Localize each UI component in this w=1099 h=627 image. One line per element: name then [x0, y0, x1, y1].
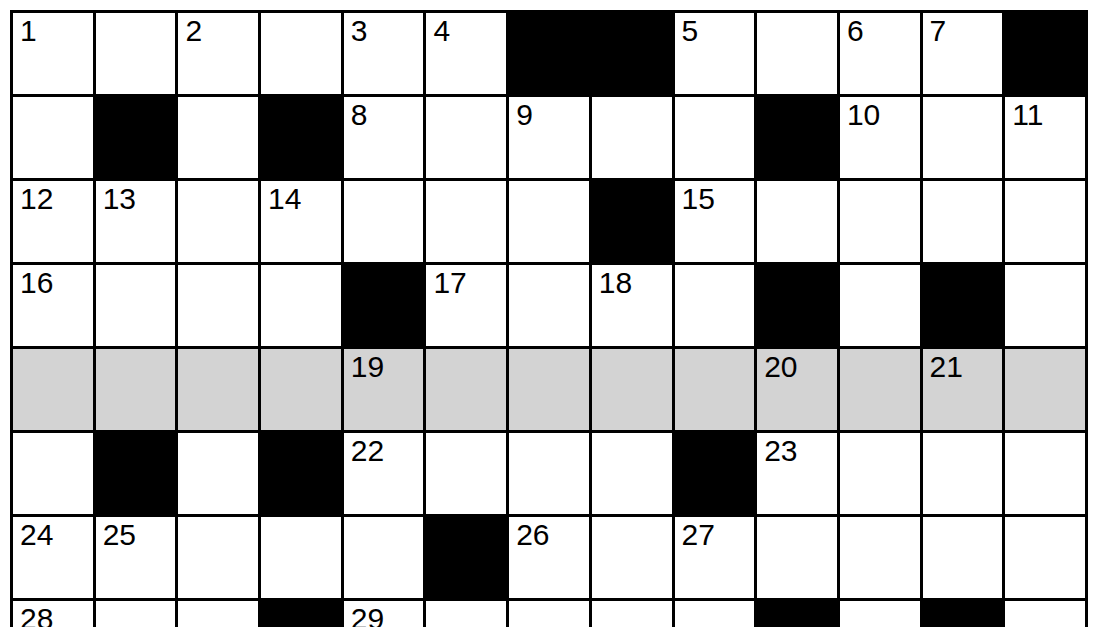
clue-number: 27: [682, 518, 715, 551]
grid-cell[interactable]: 7: [923, 13, 1006, 97]
grid-cell[interactable]: [509, 265, 592, 349]
highlighted-cell[interactable]: [13, 349, 96, 433]
grid-cell[interactable]: [1005, 433, 1088, 517]
grid-cell[interactable]: [840, 433, 923, 517]
grid-cell[interactable]: 8: [344, 97, 427, 181]
grid-cell[interactable]: [923, 181, 1006, 265]
grid-cell[interactable]: [96, 265, 179, 349]
grid-cell[interactable]: [675, 601, 758, 627]
grid-cell[interactable]: [178, 265, 261, 349]
grid-cell[interactable]: [426, 97, 509, 181]
highlighted-cell[interactable]: 19: [344, 349, 427, 433]
black-cell: [261, 433, 344, 517]
black-cell: [1005, 13, 1088, 97]
grid-cell[interactable]: [178, 181, 261, 265]
grid-cell[interactable]: [923, 433, 1006, 517]
clue-number: 7: [930, 14, 947, 47]
black-cell: [261, 97, 344, 181]
grid-cell[interactable]: 23: [757, 433, 840, 517]
grid-cell[interactable]: [178, 97, 261, 181]
highlighted-cell[interactable]: [1005, 349, 1088, 433]
grid-cell[interactable]: [509, 601, 592, 627]
clue-number: 21: [930, 350, 963, 383]
black-cell: [675, 433, 758, 517]
grid-cell[interactable]: [13, 97, 96, 181]
clue-number: 12: [20, 182, 53, 215]
clue-number: 1: [20, 14, 37, 47]
clue-number: 6: [847, 14, 864, 47]
black-cell: [757, 97, 840, 181]
grid-cell[interactable]: [261, 13, 344, 97]
clue-number: 3: [351, 14, 368, 47]
grid-cell[interactable]: [840, 517, 923, 601]
grid-cell[interactable]: [675, 97, 758, 181]
black-cell: [96, 97, 179, 181]
grid-cell[interactable]: [426, 181, 509, 265]
highlighted-cell[interactable]: 21: [923, 349, 1006, 433]
grid-cell[interactable]: 16: [13, 265, 96, 349]
grid-cell[interactable]: 26: [509, 517, 592, 601]
grid-cell[interactable]: [178, 517, 261, 601]
clue-number: 22: [351, 434, 384, 467]
grid-cell[interactable]: 4: [426, 13, 509, 97]
grid-cell[interactable]: 5: [675, 13, 758, 97]
clue-number: 28: [20, 602, 53, 627]
grid-cell[interactable]: [96, 13, 179, 97]
grid-cell[interactable]: 9: [509, 97, 592, 181]
highlighted-cell[interactable]: [675, 349, 758, 433]
grid-cell[interactable]: [923, 97, 1006, 181]
black-cell: [96, 433, 179, 517]
grid-cell[interactable]: [261, 265, 344, 349]
grid-cell[interactable]: [1005, 601, 1088, 627]
clue-number: 24: [20, 518, 53, 551]
black-cell: [757, 601, 840, 627]
black-cell: [592, 181, 675, 265]
highlighted-cell[interactable]: [840, 349, 923, 433]
grid-cell[interactable]: 18: [592, 265, 675, 349]
grid-cell[interactable]: [757, 181, 840, 265]
grid-cell[interactable]: [840, 181, 923, 265]
grid-cell[interactable]: 29: [344, 601, 427, 627]
grid-cell[interactable]: [1005, 181, 1088, 265]
grid-cell[interactable]: 27: [675, 517, 758, 601]
grid-cell[interactable]: 25: [96, 517, 179, 601]
black-cell: [757, 265, 840, 349]
grid-cell[interactable]: [757, 517, 840, 601]
grid-cell[interactable]: 28: [13, 601, 96, 627]
grid-cell[interactable]: [840, 601, 923, 627]
grid-cell[interactable]: [1005, 517, 1088, 601]
grid-cell[interactable]: [592, 433, 675, 517]
clue-number: 15: [682, 182, 715, 215]
grid-cell[interactable]: [1005, 265, 1088, 349]
clue-number: 19: [351, 350, 384, 383]
clue-number: 14: [268, 182, 301, 215]
crossword-page: 1234567891011121314151617181920212223242…: [0, 0, 1099, 627]
grid-cell[interactable]: [178, 601, 261, 627]
grid-cell[interactable]: 3: [344, 13, 427, 97]
grid-cell[interactable]: [509, 181, 592, 265]
grid-cell[interactable]: [757, 13, 840, 97]
grid-cell[interactable]: 12: [13, 181, 96, 265]
grid-cell[interactable]: [675, 265, 758, 349]
clue-number: 5: [682, 14, 699, 47]
clue-number: 29: [351, 602, 384, 627]
highlighted-cell[interactable]: [509, 349, 592, 433]
clue-number: 25: [103, 518, 136, 551]
highlighted-cell[interactable]: [261, 349, 344, 433]
grid-cell[interactable]: [426, 601, 509, 627]
clue-number: 23: [764, 434, 797, 467]
grid-cell[interactable]: [344, 517, 427, 601]
grid-cell[interactable]: [426, 433, 509, 517]
clue-number: 11: [1012, 98, 1043, 131]
grid-cell[interactable]: [592, 601, 675, 627]
grid-cell[interactable]: 24: [13, 517, 96, 601]
crossword-board: 1234567891011121314151617181920212223242…: [10, 10, 1088, 627]
grid-cell[interactable]: [840, 265, 923, 349]
black-cell: [923, 601, 1006, 627]
grid-cell[interactable]: [344, 181, 427, 265]
highlighted-cell[interactable]: [426, 349, 509, 433]
highlighted-cell[interactable]: 20: [757, 349, 840, 433]
grid-cell[interactable]: 22: [344, 433, 427, 517]
black-cell: [344, 265, 427, 349]
black-cell: [592, 13, 675, 97]
grid-cell[interactable]: [178, 433, 261, 517]
grid-cell[interactable]: [96, 601, 179, 627]
grid-cell[interactable]: 14: [261, 181, 344, 265]
grid-cell[interactable]: 15: [675, 181, 758, 265]
grid-cell[interactable]: 13: [96, 181, 179, 265]
clue-number: 2: [185, 14, 202, 47]
clue-number: 8: [351, 98, 368, 131]
clue-number: 13: [103, 182, 136, 215]
grid-cell[interactable]: 2: [178, 13, 261, 97]
black-cell: [261, 601, 344, 627]
highlighted-cell[interactable]: [592, 349, 675, 433]
highlighted-cell[interactable]: [178, 349, 261, 433]
clue-number: 4: [433, 14, 450, 47]
grid-cell[interactable]: [261, 517, 344, 601]
grid-cell[interactable]: 11: [1005, 97, 1088, 181]
clue-number: 26: [516, 518, 549, 551]
clue-number: 9: [516, 98, 533, 131]
black-cell: [923, 265, 1006, 349]
grid-cell[interactable]: [13, 433, 96, 517]
grid-cell[interactable]: [509, 433, 592, 517]
clue-number: 10: [847, 98, 880, 131]
black-cell: [509, 13, 592, 97]
black-cell: [426, 517, 509, 601]
highlighted-cell[interactable]: [96, 349, 179, 433]
grid-cell[interactable]: 1: [13, 13, 96, 97]
clue-number: 16: [20, 266, 53, 299]
grid-cell[interactable]: [592, 517, 675, 601]
grid-cell[interactable]: 17: [426, 265, 509, 349]
grid-cell[interactable]: [923, 517, 1006, 601]
clue-number: 20: [764, 350, 797, 383]
grid-cell[interactable]: 10: [840, 97, 923, 181]
clue-number: 18: [599, 266, 632, 299]
grid-cell[interactable]: [592, 97, 675, 181]
clue-number: 17: [433, 266, 466, 299]
grid-cell[interactable]: 6: [840, 13, 923, 97]
